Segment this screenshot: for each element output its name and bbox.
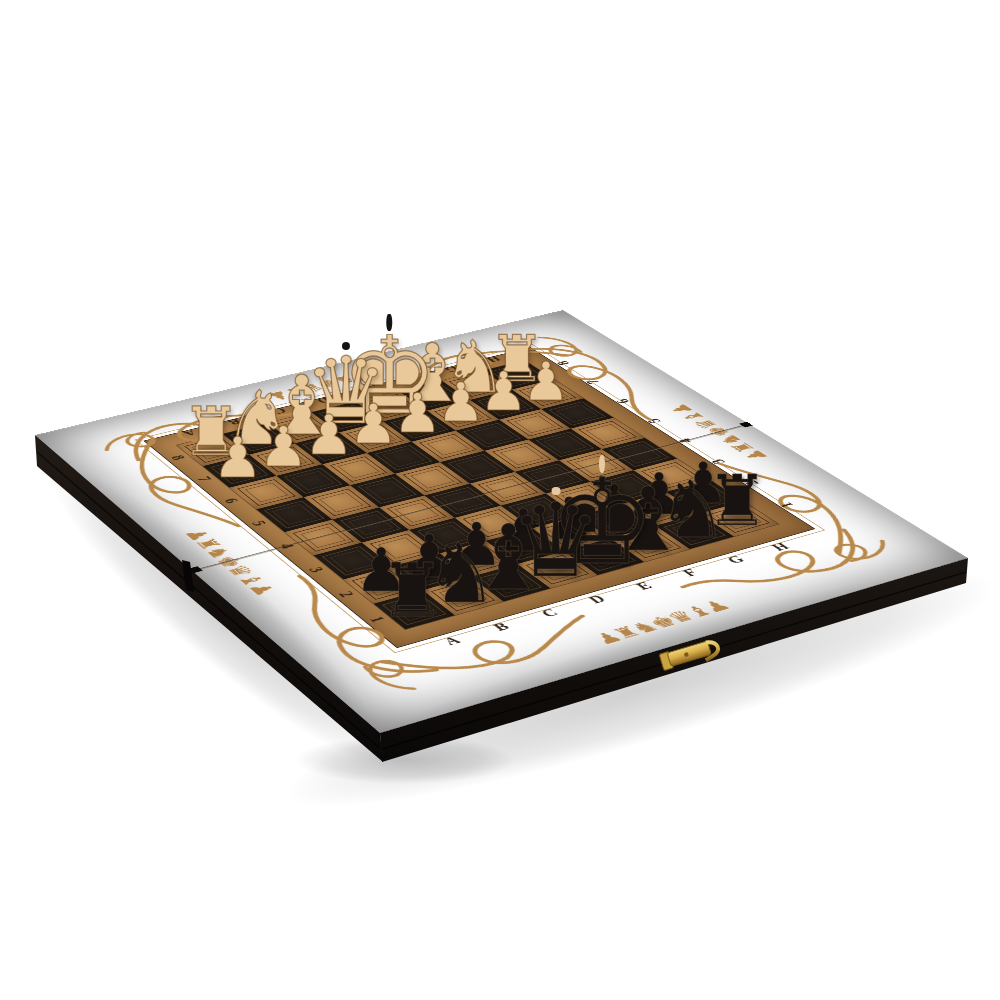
piece-finial <box>599 455 605 473</box>
piece-finial <box>551 487 560 496</box>
piece-light-pawn-a7[interactable]: ♟ <box>209 430 266 487</box>
piece-dark-rook-a1[interactable]: ♜ <box>375 553 451 629</box>
chess-set-photo: ♟♜♞♚♛♝♟ 88AA77BB66CC55DD44EE33FF22GG11HH… <box>0 0 1000 1000</box>
pieces-layer: ♜♞♟♝♟♚♟♛♟♝♟♞♟♜♟♟♟♟♜♟♞♟♝♟♚♟♛♟♝♟♞♜ <box>0 0 1000 1000</box>
